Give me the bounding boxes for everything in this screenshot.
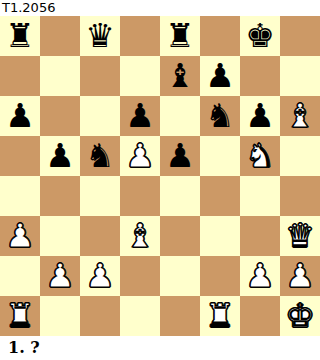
puzzle-id: T1.2056 <box>0 0 320 16</box>
chess-board: ♜♛♜♚♝♟♟♟♞♟♝♟♞♟♟♞♟♝♛♟♟♟♟♜♜♚ <box>0 16 320 336</box>
black-rook-icon: ♜ <box>5 16 35 56</box>
square-b4[interactable] <box>40 176 80 216</box>
square-g5[interactable]: ♞ <box>240 136 280 176</box>
white-queen-icon: ♛ <box>285 216 315 256</box>
square-f6[interactable]: ♞ <box>200 96 240 136</box>
square-c7[interactable] <box>80 56 120 96</box>
square-a1[interactable]: ♜ <box>0 296 40 336</box>
square-g2[interactable]: ♟ <box>240 256 280 296</box>
white-rook-icon: ♜ <box>205 296 235 336</box>
square-a7[interactable] <box>0 56 40 96</box>
square-e5[interactable]: ♟ <box>160 136 200 176</box>
square-d1[interactable] <box>120 296 160 336</box>
black-knight-icon: ♞ <box>205 96 235 136</box>
square-d6[interactable]: ♟ <box>120 96 160 136</box>
black-queen-icon: ♛ <box>85 16 115 56</box>
square-f2[interactable] <box>200 256 240 296</box>
square-a2[interactable] <box>0 256 40 296</box>
square-g7[interactable] <box>240 56 280 96</box>
square-g3[interactable] <box>240 216 280 256</box>
white-pawn-icon: ♟ <box>285 256 315 296</box>
square-e6[interactable] <box>160 96 200 136</box>
square-e7[interactable]: ♝ <box>160 56 200 96</box>
square-b6[interactable] <box>40 96 80 136</box>
square-a6[interactable]: ♟ <box>0 96 40 136</box>
square-b5[interactable]: ♟ <box>40 136 80 176</box>
black-knight-icon: ♞ <box>85 136 115 176</box>
square-a8[interactable]: ♜ <box>0 16 40 56</box>
square-c3[interactable] <box>80 216 120 256</box>
square-d3[interactable]: ♝ <box>120 216 160 256</box>
square-e3[interactable] <box>160 216 200 256</box>
square-f8[interactable] <box>200 16 240 56</box>
square-c1[interactable] <box>80 296 120 336</box>
square-h3[interactable]: ♛ <box>280 216 320 256</box>
square-h7[interactable] <box>280 56 320 96</box>
black-pawn-icon: ♟ <box>165 136 195 176</box>
square-d2[interactable] <box>120 256 160 296</box>
square-h2[interactable]: ♟ <box>280 256 320 296</box>
white-pawn-icon: ♟ <box>245 256 275 296</box>
square-b1[interactable] <box>40 296 80 336</box>
square-c2[interactable]: ♟ <box>80 256 120 296</box>
move-prompt: 1. ? <box>0 336 320 360</box>
square-b8[interactable] <box>40 16 80 56</box>
white-knight-icon: ♞ <box>245 136 275 176</box>
square-h6[interactable]: ♝ <box>280 96 320 136</box>
white-pawn-icon: ♟ <box>5 216 35 256</box>
square-h8[interactable] <box>280 16 320 56</box>
square-e4[interactable] <box>160 176 200 216</box>
square-b3[interactable] <box>40 216 80 256</box>
white-bishop-icon: ♝ <box>125 216 155 256</box>
square-c5[interactable]: ♞ <box>80 136 120 176</box>
square-e1[interactable] <box>160 296 200 336</box>
black-pawn-icon: ♟ <box>45 136 75 176</box>
square-f3[interactable] <box>200 216 240 256</box>
square-d5[interactable]: ♟ <box>120 136 160 176</box>
black-bishop-icon: ♝ <box>165 56 195 96</box>
square-c4[interactable] <box>80 176 120 216</box>
chess-puzzle-page: T1.2056 ♜♛♜♚♝♟♟♟♞♟♝♟♞♟♟♞♟♝♛♟♟♟♟♜♜♚ 1. ? <box>0 0 320 360</box>
square-a4[interactable] <box>0 176 40 216</box>
white-pawn-icon: ♟ <box>45 256 75 296</box>
square-b2[interactable]: ♟ <box>40 256 80 296</box>
black-rook-icon: ♜ <box>165 16 195 56</box>
white-pawn-icon: ♟ <box>125 136 155 176</box>
square-d7[interactable] <box>120 56 160 96</box>
white-rook-icon: ♜ <box>5 296 35 336</box>
square-g4[interactable] <box>240 176 280 216</box>
square-f7[interactable]: ♟ <box>200 56 240 96</box>
square-c6[interactable] <box>80 96 120 136</box>
square-h1[interactable]: ♚ <box>280 296 320 336</box>
square-f5[interactable] <box>200 136 240 176</box>
black-pawn-icon: ♟ <box>205 56 235 96</box>
square-a5[interactable] <box>0 136 40 176</box>
square-h4[interactable] <box>280 176 320 216</box>
square-f4[interactable] <box>200 176 240 216</box>
black-pawn-icon: ♟ <box>125 96 155 136</box>
square-g8[interactable]: ♚ <box>240 16 280 56</box>
square-d8[interactable] <box>120 16 160 56</box>
white-pawn-icon: ♟ <box>85 256 115 296</box>
black-pawn-icon: ♟ <box>245 96 275 136</box>
square-d4[interactable] <box>120 176 160 216</box>
square-b7[interactable] <box>40 56 80 96</box>
square-c8[interactable]: ♛ <box>80 16 120 56</box>
square-g1[interactable] <box>240 296 280 336</box>
square-e2[interactable] <box>160 256 200 296</box>
square-g6[interactable]: ♟ <box>240 96 280 136</box>
white-bishop-icon: ♝ <box>285 96 315 136</box>
white-king-icon: ♚ <box>285 296 315 336</box>
square-h5[interactable] <box>280 136 320 176</box>
black-king-icon: ♚ <box>245 16 275 56</box>
square-a3[interactable]: ♟ <box>0 216 40 256</box>
square-e8[interactable]: ♜ <box>160 16 200 56</box>
square-f1[interactable]: ♜ <box>200 296 240 336</box>
black-pawn-icon: ♟ <box>5 96 35 136</box>
